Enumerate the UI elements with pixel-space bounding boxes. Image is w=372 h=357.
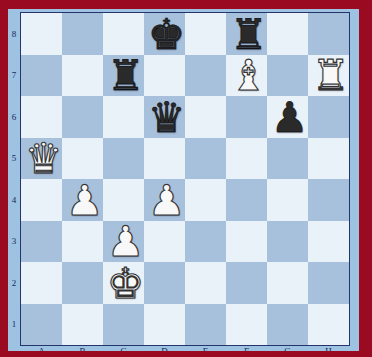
- piece-white-rook: ♜: [312, 55, 350, 97]
- piece-black-queen: ♛: [148, 97, 186, 139]
- file-label-f: F: [226, 346, 267, 351]
- square-g4[interactable]: [267, 179, 308, 221]
- square-a3[interactable]: [21, 221, 62, 263]
- square-b6[interactable]: [62, 96, 103, 138]
- file-label-c: C: [103, 346, 144, 351]
- square-b4[interactable]: ♟: [62, 179, 103, 221]
- rank-label-4: 4: [8, 179, 20, 221]
- square-d5[interactable]: [144, 138, 185, 180]
- chess-board: ♚♜♜♝♜♛♟♛♟♟♟♚: [20, 12, 350, 346]
- file-label-g: G: [267, 346, 308, 351]
- square-g7[interactable]: [267, 55, 308, 97]
- square-g3[interactable]: [267, 221, 308, 263]
- square-d3[interactable]: [144, 221, 185, 263]
- file-label-d: D: [144, 346, 185, 351]
- square-h7[interactable]: ♜: [308, 55, 349, 97]
- square-d1[interactable]: [144, 304, 185, 346]
- rank-label-6: 6: [8, 96, 20, 138]
- square-g6[interactable]: ♟: [267, 96, 308, 138]
- square-g5[interactable]: [267, 138, 308, 180]
- square-c5[interactable]: [103, 138, 144, 180]
- square-b8[interactable]: [62, 13, 103, 55]
- square-a5[interactable]: ♛: [21, 138, 62, 180]
- square-e6[interactable]: [185, 96, 226, 138]
- file-label-b: B: [62, 346, 103, 351]
- square-h2[interactable]: [308, 262, 349, 304]
- square-f1[interactable]: [226, 304, 267, 346]
- square-f2[interactable]: [226, 262, 267, 304]
- rank-label-1: 1: [8, 304, 20, 346]
- piece-white-king: ♚: [107, 263, 145, 305]
- square-d4[interactable]: ♟: [144, 179, 185, 221]
- file-label-h: H: [308, 346, 349, 351]
- square-b1[interactable]: [62, 304, 103, 346]
- square-d8[interactable]: ♚: [144, 13, 185, 55]
- square-a4[interactable]: [21, 179, 62, 221]
- rank-label-2: 2: [8, 262, 20, 304]
- rank-label-7: 7: [8, 55, 20, 97]
- piece-black-king: ♚: [148, 14, 186, 56]
- square-a7[interactable]: [21, 55, 62, 97]
- square-a6[interactable]: [21, 96, 62, 138]
- rank-label-5: 5: [8, 138, 20, 180]
- square-f6[interactable]: [226, 96, 267, 138]
- square-h6[interactable]: [308, 96, 349, 138]
- square-h4[interactable]: [308, 179, 349, 221]
- piece-white-bishop: ♝: [230, 55, 268, 97]
- piece-black-pawn: ♟: [271, 97, 309, 139]
- square-f7[interactable]: ♝: [226, 55, 267, 97]
- square-a2[interactable]: [21, 262, 62, 304]
- piece-black-rook: ♜: [107, 55, 145, 97]
- rank-label-8: 8: [8, 13, 20, 55]
- square-c7[interactable]: ♜: [103, 55, 144, 97]
- square-b5[interactable]: [62, 138, 103, 180]
- square-g1[interactable]: [267, 304, 308, 346]
- piece-white-queen: ♛: [25, 138, 63, 180]
- piece-white-pawn: ♟: [66, 180, 104, 222]
- square-c1[interactable]: [103, 304, 144, 346]
- square-h8[interactable]: [308, 13, 349, 55]
- square-g2[interactable]: [267, 262, 308, 304]
- piece-white-pawn: ♟: [107, 221, 145, 263]
- square-b3[interactable]: [62, 221, 103, 263]
- square-d7[interactable]: [144, 55, 185, 97]
- square-e4[interactable]: [185, 179, 226, 221]
- square-f4[interactable]: [226, 179, 267, 221]
- square-h1[interactable]: [308, 304, 349, 346]
- chess-diagram: ♚♜♜♝♜♛♟♛♟♟♟♚ 87654321ABCDEFGH: [0, 0, 372, 357]
- square-e8[interactable]: [185, 13, 226, 55]
- file-label-a: A: [21, 346, 62, 351]
- square-f3[interactable]: [226, 221, 267, 263]
- square-d2[interactable]: [144, 262, 185, 304]
- square-g8[interactable]: [267, 13, 308, 55]
- board-panel: ♚♜♜♝♜♛♟♛♟♟♟♚ 87654321ABCDEFGH: [8, 9, 359, 351]
- square-f5[interactable]: [226, 138, 267, 180]
- square-d6[interactable]: ♛: [144, 96, 185, 138]
- piece-black-rook: ♜: [230, 14, 268, 56]
- square-h3[interactable]: [308, 221, 349, 263]
- file-label-e: E: [185, 346, 226, 351]
- square-c4[interactable]: [103, 179, 144, 221]
- square-a8[interactable]: [21, 13, 62, 55]
- rank-label-3: 3: [8, 221, 20, 263]
- square-b7[interactable]: [62, 55, 103, 97]
- square-c2[interactable]: ♚: [103, 262, 144, 304]
- square-f8[interactable]: ♜: [226, 13, 267, 55]
- square-e3[interactable]: [185, 221, 226, 263]
- square-b2[interactable]: [62, 262, 103, 304]
- square-c8[interactable]: [103, 13, 144, 55]
- square-e2[interactable]: [185, 262, 226, 304]
- square-a1[interactable]: [21, 304, 62, 346]
- piece-white-pawn: ♟: [148, 180, 186, 222]
- square-c3[interactable]: ♟: [103, 221, 144, 263]
- square-e5[interactable]: [185, 138, 226, 180]
- square-c6[interactable]: [103, 96, 144, 138]
- square-h5[interactable]: [308, 138, 349, 180]
- square-e7[interactable]: [185, 55, 226, 97]
- square-e1[interactable]: [185, 304, 226, 346]
